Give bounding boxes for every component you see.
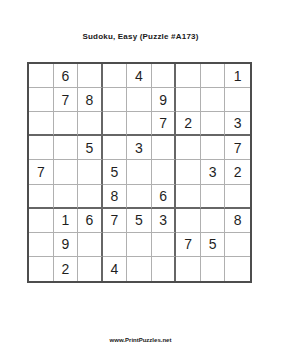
cell-r8c6	[152, 233, 177, 257]
cell-r1c2: 6	[54, 64, 79, 88]
cell-r2c3: 8	[78, 88, 103, 112]
cell-r6c5	[127, 185, 152, 209]
cell-r4c2	[54, 136, 79, 160]
cell-r3c6: 7	[152, 112, 177, 136]
cell-r5c6	[152, 160, 177, 184]
cell-r9c6	[152, 257, 177, 281]
cell-r7c5: 5	[127, 209, 152, 233]
puzzle-title: Sudoku, Easy (Puzzle #A173)	[0, 32, 281, 41]
cell-r7c3: 6	[78, 209, 103, 233]
cell-r5c3	[78, 160, 103, 184]
cell-r3c9: 3	[225, 112, 250, 136]
cell-r9c7	[176, 257, 201, 281]
cell-r7c9: 8	[225, 209, 250, 233]
cell-r1c3	[78, 64, 103, 88]
cell-r9c3	[78, 257, 103, 281]
cell-r7c4: 7	[103, 209, 128, 233]
footer-url: www.PrintPuzzles.net	[0, 337, 281, 343]
cell-r3c2	[54, 112, 79, 136]
cell-r3c5	[127, 112, 152, 136]
cell-r9c2: 2	[54, 257, 79, 281]
cell-r3c3	[78, 112, 103, 136]
cell-r8c8: 5	[201, 233, 226, 257]
cell-r2c8	[201, 88, 226, 112]
cell-r7c6: 3	[152, 209, 177, 233]
cell-r3c4	[103, 112, 128, 136]
puzzle-page: Sudoku, Easy (Puzzle #A173) 641789723537…	[0, 0, 281, 363]
cell-r1c6	[152, 64, 177, 88]
cell-r5c7	[176, 160, 201, 184]
cell-r1c1	[29, 64, 54, 88]
cell-r4c6	[152, 136, 177, 160]
cell-r3c1	[29, 112, 54, 136]
sudoku-grid: 64178972353775328616753897524	[27, 62, 252, 283]
cell-r1c4	[103, 64, 128, 88]
cell-r5c8: 3	[201, 160, 226, 184]
cell-r6c1	[29, 185, 54, 209]
cell-r8c2: 9	[54, 233, 79, 257]
cell-r2c1	[29, 88, 54, 112]
cell-r9c4: 4	[103, 257, 128, 281]
cell-r9c1	[29, 257, 54, 281]
cell-r5c5	[127, 160, 152, 184]
cell-r9c5	[127, 257, 152, 281]
cell-r2c9	[225, 88, 250, 112]
cell-r1c7	[176, 64, 201, 88]
cell-r8c3	[78, 233, 103, 257]
cell-r8c5	[127, 233, 152, 257]
cell-r6c9	[225, 185, 250, 209]
cell-r1c5: 4	[127, 64, 152, 88]
cell-r4c4	[103, 136, 128, 160]
cell-r2c7	[176, 88, 201, 112]
cell-r7c7	[176, 209, 201, 233]
cell-r6c8	[201, 185, 226, 209]
cell-r3c8	[201, 112, 226, 136]
cell-r2c6: 9	[152, 88, 177, 112]
cell-r5c1: 7	[29, 160, 54, 184]
cell-r4c1	[29, 136, 54, 160]
cell-r8c1	[29, 233, 54, 257]
cell-r5c4: 5	[103, 160, 128, 184]
cell-r9c9	[225, 257, 250, 281]
cell-r6c4: 8	[103, 185, 128, 209]
cell-r8c7: 7	[176, 233, 201, 257]
cell-r2c4	[103, 88, 128, 112]
cell-r9c8	[201, 257, 226, 281]
cell-r6c7	[176, 185, 201, 209]
cell-r8c4	[103, 233, 128, 257]
cell-r4c5: 3	[127, 136, 152, 160]
cell-r6c3	[78, 185, 103, 209]
cell-r6c6: 6	[152, 185, 177, 209]
cell-r2c2: 7	[54, 88, 79, 112]
cell-r4c9: 7	[225, 136, 250, 160]
cell-r4c3: 5	[78, 136, 103, 160]
cell-r2c5	[127, 88, 152, 112]
cell-r7c1	[29, 209, 54, 233]
cell-r1c8	[201, 64, 226, 88]
cell-r8c9	[225, 233, 250, 257]
cell-r4c7	[176, 136, 201, 160]
cell-r7c8	[201, 209, 226, 233]
cell-r6c2	[54, 185, 79, 209]
cell-r5c9: 2	[225, 160, 250, 184]
cell-r3c7: 2	[176, 112, 201, 136]
cell-r4c8	[201, 136, 226, 160]
cell-r1c9: 1	[225, 64, 250, 88]
cell-r5c2	[54, 160, 79, 184]
cell-r7c2: 1	[54, 209, 79, 233]
